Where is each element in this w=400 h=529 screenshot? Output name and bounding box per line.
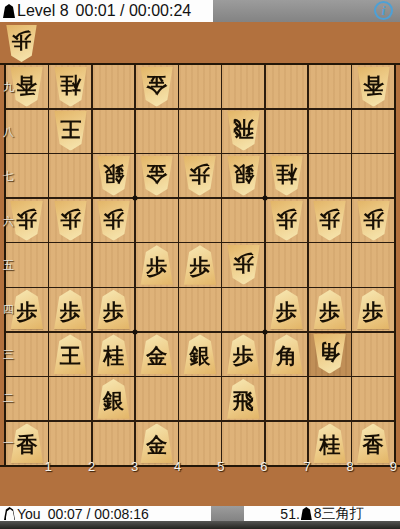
top-status-bar: Level 8 00:01 / 00:00:24 i (0, 0, 400, 22)
hoshi-point (262, 329, 267, 334)
file-label: 6 (260, 459, 267, 474)
board-cell[interactable]: 王 (49, 110, 91, 153)
board-cell[interactable]: 飛 (222, 377, 264, 420)
board-cell[interactable] (222, 288, 264, 331)
rank-label: 九 (3, 80, 14, 95)
board-cell[interactable]: 歩 (222, 243, 264, 286)
shogi-piece-sente[interactable]: 飛 (226, 111, 261, 151)
hoshi-point (133, 329, 138, 334)
board-cell[interactable]: 歩 (266, 199, 308, 242)
board-cell[interactable]: 歩 (49, 199, 91, 242)
board-cell[interactable] (179, 377, 221, 420)
file-label: 9 (390, 459, 397, 474)
board-cell[interactable]: 桂 (309, 422, 351, 465)
board-cell[interactable] (179, 199, 221, 242)
board-cell[interactable] (136, 199, 178, 242)
board-cell[interactable]: 金 (136, 154, 178, 197)
shogi-piece-gote[interactable]: 王 (53, 334, 88, 374)
rank-label: 一 (3, 435, 14, 450)
board-cell[interactable] (179, 65, 221, 108)
white-piece-icon (4, 507, 15, 520)
board-cell[interactable]: 桂 (93, 333, 135, 376)
board-cell[interactable]: 歩 (93, 288, 135, 331)
board-cell[interactable] (93, 110, 135, 153)
shogi-piece-sente[interactable]: 銀 (226, 156, 261, 196)
board-cell[interactable] (179, 422, 221, 465)
shogi-piece-sente[interactable]: 歩 (9, 201, 44, 241)
file-label: 4 (174, 459, 181, 474)
board-cell[interactable] (136, 377, 178, 420)
shogi-piece-gote[interactable]: 歩 (53, 290, 88, 330)
board-cell[interactable] (266, 422, 308, 465)
shogi-piece-gote[interactable]: 桂 (312, 424, 347, 464)
shogi-piece-gote[interactable]: 歩 (9, 290, 44, 330)
hoshi-point (262, 196, 267, 201)
shogi-piece-gote[interactable]: 銀 (182, 334, 217, 374)
board-cell[interactable] (136, 110, 178, 153)
file-label: 7 (303, 459, 310, 474)
board-cell[interactable] (309, 154, 351, 197)
shogi-piece-sente[interactable]: 歩 (269, 201, 304, 241)
board-cell[interactable] (93, 65, 135, 108)
player-name: You (17, 506, 41, 522)
black-piece-icon (3, 4, 15, 18)
move-black-piece-icon (301, 507, 312, 520)
shogi-app: Level 8 00:01 / 00:00:24 i 歩 香桂金香王飛銀金歩銀桂… (0, 0, 400, 529)
board-cell[interactable]: 銀 (222, 154, 264, 197)
board-cell[interactable]: 桂 (266, 154, 308, 197)
board-cell[interactable]: 歩 (93, 199, 135, 242)
board-cell[interactable] (266, 243, 308, 286)
opponent-time: 00:01 / 00:00:24 (76, 2, 192, 20)
board-cell[interactable] (93, 422, 135, 465)
shogi-piece-gote[interactable]: 歩 (312, 290, 347, 330)
move-text: 8三角打 (314, 505, 364, 523)
board-cell[interactable] (309, 377, 351, 420)
board-cell[interactable] (266, 377, 308, 420)
hand-piece-sente-pawn[interactable]: 歩 (5, 25, 38, 62)
board-cell[interactable]: 角 (309, 333, 351, 376)
board-cell[interactable] (266, 110, 308, 153)
board-cell[interactable] (352, 333, 394, 376)
shogi-piece-gote[interactable]: 歩 (96, 290, 131, 330)
rank-label: 二 (3, 391, 14, 406)
board-grid: 香桂金香王飛銀金歩銀桂歩歩歩歩歩歩歩歩歩歩歩歩歩歩歩王桂金銀歩角角銀飛香金桂香 (6, 65, 394, 465)
board-cell[interactable]: 歩 (352, 288, 394, 331)
board-cell[interactable]: 歩 (309, 199, 351, 242)
shogi-piece-gote[interactable]: 歩 (269, 290, 304, 330)
board-cell[interactable] (49, 377, 91, 420)
board-cell[interactable]: 歩 (352, 199, 394, 242)
board-cell[interactable]: 飛 (222, 110, 264, 153)
hoshi-point (133, 196, 138, 201)
board-cell[interactable] (49, 243, 91, 286)
board-cell[interactable]: 王 (49, 333, 91, 376)
shogi-piece-gote[interactable]: 歩 (182, 245, 217, 285)
shogi-piece-sente[interactable]: 角 (312, 334, 347, 374)
shogi-piece-gote[interactable]: 銀 (96, 379, 131, 419)
board-cell[interactable] (136, 288, 178, 331)
file-label: 2 (88, 459, 95, 474)
file-label: 3 (131, 459, 138, 474)
bottom-status-bar: You 00:07 / 00:08:16 51. 8三角打 (0, 506, 400, 521)
board-cell[interactable]: 桂 (49, 65, 91, 108)
board-cell[interactable] (222, 65, 264, 108)
shogi-piece-gote[interactable]: 飛 (226, 379, 261, 419)
shogi-piece-gote[interactable]: 歩 (226, 334, 261, 374)
shogi-piece-sente[interactable]: 歩 (226, 245, 261, 285)
board-cell[interactable]: 金 (136, 422, 178, 465)
shogi-piece-gote[interactable]: 桂 (96, 334, 131, 374)
board-cell[interactable]: 歩 (136, 243, 178, 286)
bottom-edge-bar (0, 521, 400, 529)
board-cell[interactable]: 歩 (179, 243, 221, 286)
board-cell[interactable]: 銀 (179, 333, 221, 376)
board-cell[interactable]: 歩 (179, 154, 221, 197)
shogi-piece-sente[interactable]: 金 (139, 67, 174, 107)
shogi-piece-gote[interactable]: 香 (9, 424, 44, 464)
rank-label: 七 (3, 169, 14, 184)
shogi-piece-sente[interactable]: 金 (139, 156, 174, 196)
shogi-piece-sente[interactable]: 歩 (53, 201, 88, 241)
board-cell[interactable]: 金 (136, 333, 178, 376)
file-label: 5 (217, 459, 224, 474)
board-cell[interactable]: 銀 (93, 154, 135, 197)
last-move-strip: 51. 8三角打 (244, 506, 400, 521)
board-cell[interactable] (49, 422, 91, 465)
board-cell[interactable] (93, 243, 135, 286)
board-cell[interactable]: 金 (136, 65, 178, 108)
board-cell[interactable] (309, 110, 351, 153)
shogi-piece-sente[interactable]: 銀 (96, 156, 131, 196)
board-cell[interactable] (266, 65, 308, 108)
shogi-piece-sente[interactable]: 香 (356, 67, 391, 107)
board-cell[interactable]: 香 (352, 65, 394, 108)
board-cell[interactable] (352, 377, 394, 420)
board-cell[interactable]: 歩 (49, 288, 91, 331)
board-cell[interactable] (309, 65, 351, 108)
move-number: 51. (280, 506, 299, 522)
shogi-piece-sente[interactable]: 歩 (312, 201, 347, 241)
board-cell[interactable]: 角 (266, 333, 308, 376)
shogi-piece-gote[interactable]: 角 (269, 334, 304, 374)
player-status-strip: You 00:07 / 00:08:16 (0, 506, 211, 521)
board-cell[interactable]: 銀 (93, 377, 135, 420)
file-label: 1 (45, 459, 52, 474)
board-cell[interactable] (352, 154, 394, 197)
rank-label: 六 (3, 213, 14, 228)
board-cell[interactable] (49, 154, 91, 197)
shogi-piece-gote[interactable]: 歩 (356, 290, 391, 330)
shogi-piece-sente[interactable]: 歩 (182, 156, 217, 196)
shogi-piece-gote[interactable]: 金 (139, 334, 174, 374)
rank-label: 八 (3, 124, 14, 139)
board-cell[interactable] (222, 422, 264, 465)
shogi-piece-sente[interactable]: 王 (53, 111, 88, 151)
rank-label: 四 (3, 302, 14, 317)
shogi-piece-sente[interactable]: 香 (9, 67, 44, 107)
shogi-piece-gote[interactable]: 香 (356, 424, 391, 464)
opponent-status-strip: Level 8 00:01 / 00:00:24 (0, 0, 213, 22)
file-label: 8 (347, 459, 354, 474)
board-cell[interactable] (179, 110, 221, 153)
board-cell[interactable] (222, 199, 264, 242)
board-cell[interactable]: 歩 (309, 288, 351, 331)
shogi-piece-sente[interactable]: 桂 (53, 67, 88, 107)
shogi-piece-sente[interactable]: 歩 (356, 201, 391, 241)
board-cell[interactable]: 歩 (222, 333, 264, 376)
player-time: 00:07 / 00:08:16 (48, 506, 149, 522)
rank-label: 三 (3, 346, 14, 361)
board-cell[interactable] (352, 243, 394, 286)
shogi-piece-sente[interactable]: 歩 (96, 201, 131, 241)
shogi-piece-gote[interactable]: 歩 (139, 245, 174, 285)
board-cell[interactable]: 香 (352, 422, 394, 465)
shogi-piece-sente[interactable]: 桂 (269, 156, 304, 196)
info-icon[interactable]: i (374, 1, 393, 20)
board-cell[interactable] (352, 110, 394, 153)
shogi-piece-gote[interactable]: 金 (139, 424, 174, 464)
board-cell[interactable]: 歩 (266, 288, 308, 331)
board-cell[interactable] (309, 243, 351, 286)
rank-label: 五 (3, 258, 14, 273)
board-cell[interactable] (179, 288, 221, 331)
shogi-board: 香桂金香王飛銀金歩銀桂歩歩歩歩歩歩歩歩歩歩歩歩歩歩歩王桂金銀歩角角銀飛香金桂香 … (4, 63, 396, 467)
opponent-name: Level 8 (17, 2, 69, 20)
